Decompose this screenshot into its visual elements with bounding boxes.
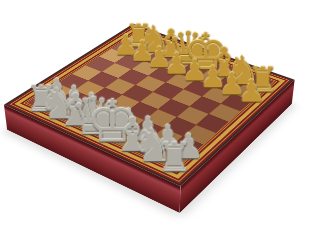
piece-white-rook[interactable]: ♜ [144, 137, 205, 177]
board-top-frame: ♜♞♝♛♚♝♞♜♟♟♟♟♟♟♟♟♟♟♟♟♟♟♟♟♜♞♝♛♚♝♞♜ [4, 24, 290, 186]
scene: ♜♞♝♛♚♝♞♜♟♟♟♟♟♟♟♟♟♟♟♟♟♟♟♟♜♞♝♛♚♝♞♜ [0, 0, 290, 186]
chess-board: ♜♞♝♛♚♝♞♜♟♟♟♟♟♟♟♟♟♟♟♟♟♟♟♟♜♞♝♛♚♝♞♜ [4, 24, 290, 186]
piece-black-pawn[interactable]: ♟ [225, 76, 279, 107]
